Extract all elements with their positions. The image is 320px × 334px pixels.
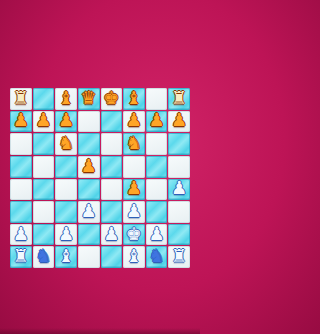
square-a8[interactable]: ♜	[10, 88, 32, 110]
square-a1[interactable]: ♜	[10, 246, 32, 268]
square-d7[interactable]	[78, 111, 100, 133]
square-f4[interactable]: ♟	[123, 179, 145, 201]
piece-blue-knight-g1[interactable]: ♞	[148, 247, 164, 265]
piece-blue-pawn-f3[interactable]: ♟	[126, 202, 142, 220]
piece-blue-bishop-c1[interactable]: ♝	[58, 247, 74, 265]
piece-orange-queen-d8[interactable]: ♛	[81, 89, 97, 107]
square-a7[interactable]: ♟	[10, 111, 32, 133]
piece-orange-pawn-a7[interactable]: ♟	[13, 111, 29, 129]
piece-orange-pawn-c7[interactable]: ♟	[58, 111, 74, 129]
square-h4[interactable]: ♟	[168, 179, 190, 201]
piece-orange-pawn-h7[interactable]: ♟	[171, 111, 187, 129]
piece-blue-king-f2[interactable]: ♚	[126, 225, 142, 243]
square-d4[interactable]	[78, 179, 100, 201]
square-a3[interactable]	[10, 201, 32, 223]
piece-orange-rook-a8[interactable]: ♜	[13, 89, 29, 107]
square-e1[interactable]	[101, 246, 123, 268]
square-c2[interactable]: ♟	[55, 224, 77, 246]
square-b2[interactable]	[33, 224, 55, 246]
square-b3[interactable]	[33, 201, 55, 223]
square-h6[interactable]	[168, 133, 190, 155]
piece-orange-pawn-f7[interactable]: ♟	[126, 111, 142, 129]
square-c4[interactable]	[55, 179, 77, 201]
square-a4[interactable]	[10, 179, 32, 201]
square-a6[interactable]	[10, 133, 32, 155]
square-b5[interactable]	[33, 156, 55, 178]
square-g7[interactable]: ♟	[146, 111, 168, 133]
piece-blue-knight-b1[interactable]: ♞	[35, 247, 51, 265]
square-h1[interactable]: ♜	[168, 246, 190, 268]
square-f7[interactable]: ♟	[123, 111, 145, 133]
square-c8[interactable]: ♝	[55, 88, 77, 110]
square-a5[interactable]	[10, 156, 32, 178]
piece-blue-rook-h1[interactable]: ♜	[171, 247, 187, 265]
square-e6[interactable]	[101, 133, 123, 155]
square-c6[interactable]: ♞	[55, 133, 77, 155]
piece-orange-pawn-b7[interactable]: ♟	[35, 111, 51, 129]
square-c5[interactable]	[55, 156, 77, 178]
piece-orange-pawn-g7[interactable]: ♟	[148, 111, 164, 129]
square-h2[interactable]	[168, 224, 190, 246]
square-b6[interactable]	[33, 133, 55, 155]
square-e8[interactable]: ♚	[101, 88, 123, 110]
square-b7[interactable]: ♟	[33, 111, 55, 133]
square-b8[interactable]	[33, 88, 55, 110]
piece-blue-pawn-e2[interactable]: ♟	[103, 225, 119, 243]
square-d3[interactable]: ♟	[78, 201, 100, 223]
square-f2[interactable]: ♚	[123, 224, 145, 246]
square-f3[interactable]: ♟	[123, 201, 145, 223]
square-h5[interactable]	[168, 156, 190, 178]
bottom-shadow	[0, 328, 200, 334]
square-g8[interactable]	[146, 88, 168, 110]
square-h8[interactable]: ♜	[168, 88, 190, 110]
square-h7[interactable]: ♟	[168, 111, 190, 133]
square-e7[interactable]	[101, 111, 123, 133]
square-f6[interactable]: ♞	[123, 133, 145, 155]
square-f8[interactable]: ♝	[123, 88, 145, 110]
square-g1[interactable]: ♞	[146, 246, 168, 268]
piece-blue-pawn-a2[interactable]: ♟	[13, 225, 29, 243]
square-d5[interactable]: ♟	[78, 156, 100, 178]
square-e2[interactable]: ♟	[101, 224, 123, 246]
square-g2[interactable]: ♟	[146, 224, 168, 246]
piece-orange-bishop-f8[interactable]: ♝	[126, 89, 142, 107]
chess-board: ♜♝♛♚♝♜♟♟♟♟♟♟♞♞♟♟♟♟♟♟♟♟♚♟♜♞♝♝♞♜	[10, 88, 190, 268]
square-d8[interactable]: ♛	[78, 88, 100, 110]
square-g4[interactable]	[146, 179, 168, 201]
square-d1[interactable]	[78, 246, 100, 268]
piece-orange-knight-c6[interactable]: ♞	[58, 134, 74, 152]
square-g5[interactable]	[146, 156, 168, 178]
square-g3[interactable]	[146, 201, 168, 223]
piece-orange-knight-f6[interactable]: ♞	[126, 134, 142, 152]
piece-orange-king-e8[interactable]: ♚	[103, 89, 119, 107]
piece-orange-pawn-f4[interactable]: ♟	[126, 179, 142, 197]
piece-orange-rook-h8[interactable]: ♜	[171, 89, 187, 107]
square-f5[interactable]	[123, 156, 145, 178]
piece-blue-pawn-h4[interactable]: ♟	[171, 179, 187, 197]
piece-blue-pawn-c2[interactable]: ♟	[58, 225, 74, 243]
square-a2[interactable]: ♟	[10, 224, 32, 246]
square-c1[interactable]: ♝	[55, 246, 77, 268]
square-c3[interactable]	[55, 201, 77, 223]
square-d2[interactable]	[78, 224, 100, 246]
piece-blue-pawn-g2[interactable]: ♟	[148, 225, 164, 243]
piece-orange-pawn-d5[interactable]: ♟	[81, 157, 97, 175]
piece-blue-bishop-f1[interactable]: ♝	[126, 247, 142, 265]
square-b1[interactable]: ♞	[33, 246, 55, 268]
square-f1[interactable]: ♝	[123, 246, 145, 268]
square-h3[interactable]	[168, 201, 190, 223]
piece-orange-bishop-c8[interactable]: ♝	[58, 89, 74, 107]
piece-blue-pawn-d3[interactable]: ♟	[81, 202, 97, 220]
square-d6[interactable]	[78, 133, 100, 155]
square-e5[interactable]	[101, 156, 123, 178]
square-e4[interactable]	[101, 179, 123, 201]
piece-blue-rook-a1[interactable]: ♜	[13, 247, 29, 265]
square-c7[interactable]: ♟	[55, 111, 77, 133]
square-g6[interactable]	[146, 133, 168, 155]
square-b4[interactable]	[33, 179, 55, 201]
square-e3[interactable]	[101, 201, 123, 223]
